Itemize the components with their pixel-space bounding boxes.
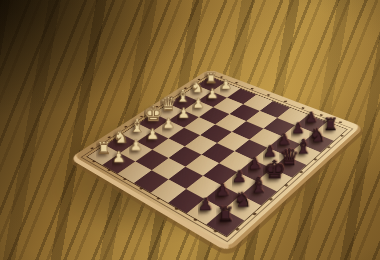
black-pawn: ♟ [215, 182, 230, 199]
square-c3 [199, 107, 229, 124]
chessboard-wrapper: ♜♟♟♜♞♟♟♞♝♟♟♝♛♟♟♛♚♟♟♚♝♟♟♝♞♟♟♞♜♟♟♜ [102, 28, 333, 259]
black-bishop: ♝ [249, 174, 268, 195]
square-a2: ♟ [212, 83, 241, 98]
square-b2: ♟ [198, 92, 227, 108]
white-pawn: ♟ [162, 116, 175, 130]
square-e3 [168, 128, 200, 147]
white-bishop: ♝ [129, 116, 145, 134]
square-d2: ♟ [169, 110, 199, 127]
square-c4 [215, 114, 246, 132]
black-rook: ♜ [216, 205, 234, 225]
square-a4 [243, 95, 273, 111]
square-a1: ♜ [197, 77, 225, 92]
black-pawn: ♟ [232, 169, 247, 185]
white-pawn: ♟ [192, 96, 204, 110]
black-knight: ♞ [233, 189, 251, 210]
white-pawn: ♟ [177, 106, 190, 120]
black-pawn: ♟ [248, 156, 262, 172]
white-pawn: ♟ [220, 78, 232, 91]
square-c1: ♝ [169, 95, 198, 111]
square-c2: ♟ [183, 101, 213, 118]
square-b1: ♞ [183, 86, 212, 101]
square-c5 [232, 121, 264, 139]
square-e2: ♟ [153, 121, 184, 139]
white-pawn: ♟ [206, 87, 218, 101]
square-a3 [227, 89, 256, 105]
square-b3 [213, 98, 243, 114]
square-a5 [260, 101, 290, 118]
white-rook: ♜ [204, 71, 217, 86]
square-h2: ♟ [102, 153, 135, 174]
black-pawn: ♟ [304, 110, 317, 125]
white-knight: ♞ [190, 79, 204, 95]
white-knight: ♞ [113, 128, 129, 146]
white-pawn: ♟ [129, 138, 142, 153]
squares: ♜♟♟♜♞♟♟♞♝♟♟♝♛♟♟♛♚♟♟♚♝♟♟♝♞♟♟♞♜♟♟♜ [88, 77, 347, 236]
square-e1: ♚ [138, 114, 168, 131]
white-queen: ♛ [160, 95, 177, 114]
white-pawn: ♟ [112, 150, 126, 165]
square-d4 [200, 124, 232, 143]
white-rook: ♜ [96, 140, 111, 157]
square-b4 [229, 104, 259, 121]
white-king: ♚ [144, 103, 163, 125]
table-surface: ♜♟♟♜♞♟♟♞♝♟♟♝♛♟♟♛♚♟♟♚♝♟♟♝♞♟♟♞♜♟♟♜ [0, 0, 380, 260]
black-pawn: ♟ [198, 196, 213, 213]
white-bishop: ♝ [175, 87, 190, 104]
white-pawn: ♟ [146, 127, 159, 142]
square-b5 [246, 111, 277, 129]
square-d3 [184, 117, 215, 135]
black-pawn: ♟ [291, 121, 304, 136]
square-d1: ♛ [154, 104, 184, 121]
